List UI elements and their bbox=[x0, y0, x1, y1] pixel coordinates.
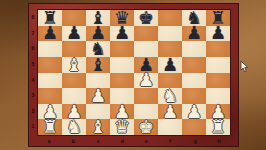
white-king[interactable]: ♚ bbox=[134, 119, 158, 135]
rank-label-1: 1 bbox=[31, 123, 36, 132]
chess-app-window: 87654321 ♜♝♛♚♞♜♟♟♟♟♟♟♞♝♝♟♟♟♟♞♟♟♟♟♟♟♜♞♝♛♚… bbox=[0, 0, 266, 150]
square-f7[interactable] bbox=[158, 26, 182, 42]
square-g2[interactable]: ♟ bbox=[182, 104, 206, 120]
black-pawn[interactable]: ♟ bbox=[158, 57, 182, 73]
white-bishop[interactable]: ♝ bbox=[62, 57, 86, 73]
white-rook[interactable]: ♜ bbox=[38, 119, 62, 135]
square-h1[interactable]: ♜ bbox=[206, 119, 230, 135]
square-e4[interactable]: ♟ bbox=[134, 73, 158, 89]
square-b1[interactable]: ♞ bbox=[62, 119, 86, 135]
square-c5[interactable]: ♝ bbox=[86, 57, 110, 73]
chess-board-frame: 87654321 ♜♝♛♚♞♜♟♟♟♟♟♟♞♝♝♟♟♟♟♞♟♟♟♟♟♟♜♞♝♛♚… bbox=[28, 3, 239, 147]
square-d5[interactable] bbox=[110, 57, 134, 73]
white-pawn[interactable]: ♟ bbox=[158, 104, 182, 120]
square-d4[interactable] bbox=[110, 73, 134, 89]
black-pawn[interactable]: ♟ bbox=[110, 26, 134, 42]
square-h5[interactable] bbox=[206, 57, 230, 73]
square-f5[interactable]: ♟ bbox=[158, 57, 182, 73]
square-f1[interactable] bbox=[158, 119, 182, 135]
square-e7[interactable] bbox=[134, 26, 158, 42]
file-label-e: e bbox=[139, 137, 154, 144]
square-a6[interactable] bbox=[38, 41, 62, 57]
file-label-b: b bbox=[66, 137, 81, 144]
black-bishop[interactable]: ♝ bbox=[86, 57, 110, 73]
square-f2[interactable]: ♟ bbox=[158, 104, 182, 120]
file-label-f: f bbox=[163, 137, 178, 144]
file-label-c: c bbox=[90, 137, 105, 144]
square-f8[interactable] bbox=[158, 10, 182, 26]
rank-label-8: 8 bbox=[31, 13, 36, 22]
white-pawn[interactable]: ♟ bbox=[86, 88, 110, 104]
square-d1[interactable]: ♛ bbox=[110, 119, 134, 135]
square-g5[interactable] bbox=[182, 57, 206, 73]
square-a1[interactable]: ♜ bbox=[38, 119, 62, 135]
rank-label-2: 2 bbox=[31, 107, 36, 116]
square-c3[interactable]: ♟ bbox=[86, 88, 110, 104]
chess-board[interactable]: ♜♝♛♚♞♜♟♟♟♟♟♟♞♝♝♟♟♟♟♞♟♟♟♟♟♟♜♞♝♛♚♜ bbox=[37, 9, 231, 136]
black-pawn[interactable]: ♟ bbox=[62, 26, 86, 42]
black-pawn[interactable]: ♟ bbox=[182, 26, 206, 42]
black-pawn[interactable]: ♟ bbox=[38, 26, 62, 42]
square-g1[interactable] bbox=[182, 119, 206, 135]
rank-labels: 87654321 bbox=[29, 10, 37, 135]
rank-label-3: 3 bbox=[31, 91, 36, 100]
white-bishop[interactable]: ♝ bbox=[86, 119, 110, 135]
white-rook[interactable]: ♜ bbox=[206, 119, 230, 135]
square-e1[interactable]: ♚ bbox=[134, 119, 158, 135]
square-g4[interactable] bbox=[182, 73, 206, 89]
rank-label-7: 7 bbox=[31, 29, 36, 38]
square-d7[interactable]: ♟ bbox=[110, 26, 134, 42]
file-label-a: a bbox=[42, 137, 57, 144]
black-king[interactable]: ♚ bbox=[134, 10, 158, 26]
square-h4[interactable] bbox=[206, 73, 230, 89]
square-b7[interactable]: ♟ bbox=[62, 26, 86, 42]
square-g7[interactable]: ♟ bbox=[182, 26, 206, 42]
square-h6[interactable] bbox=[206, 41, 230, 57]
square-a7[interactable]: ♟ bbox=[38, 26, 62, 42]
square-a4[interactable] bbox=[38, 73, 62, 89]
file-label-g: g bbox=[187, 137, 202, 144]
file-label-h: h bbox=[212, 137, 227, 144]
rank-label-5: 5 bbox=[31, 60, 36, 69]
rank-label-6: 6 bbox=[31, 44, 36, 53]
square-e8[interactable]: ♚ bbox=[134, 10, 158, 26]
square-b4[interactable] bbox=[62, 73, 86, 89]
mouse-cursor bbox=[240, 61, 249, 73]
file-label-d: d bbox=[115, 137, 130, 144]
square-a5[interactable] bbox=[38, 57, 62, 73]
square-e3[interactable] bbox=[134, 88, 158, 104]
white-pawn[interactable]: ♟ bbox=[182, 104, 206, 120]
square-d6[interactable] bbox=[110, 41, 134, 57]
white-queen[interactable]: ♛ bbox=[110, 119, 134, 135]
white-pawn[interactable]: ♟ bbox=[134, 73, 158, 89]
square-h7[interactable]: ♟ bbox=[206, 26, 230, 42]
rank-label-4: 4 bbox=[31, 76, 36, 85]
square-c1[interactable]: ♝ bbox=[86, 119, 110, 135]
black-pawn[interactable]: ♟ bbox=[206, 26, 230, 42]
square-g6[interactable] bbox=[182, 41, 206, 57]
square-b5[interactable]: ♝ bbox=[62, 57, 86, 73]
white-knight[interactable]: ♞ bbox=[62, 119, 86, 135]
